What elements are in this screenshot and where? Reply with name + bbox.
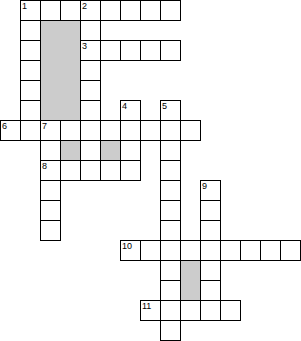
crossword-cell[interactable] <box>140 0 161 21</box>
crossword-cell[interactable] <box>20 40 41 61</box>
crossword-cell[interactable] <box>80 160 101 181</box>
crossword-cell[interactable] <box>200 300 221 321</box>
crossword-cell[interactable] <box>80 100 101 121</box>
crossword-cell[interactable] <box>240 240 261 261</box>
crossword-cell[interactable] <box>200 180 221 201</box>
crossword-cell[interactable] <box>280 240 301 261</box>
crossword-cell[interactable] <box>100 0 121 21</box>
crossword-cell[interactable] <box>120 40 141 61</box>
crossword-cell[interactable] <box>160 220 181 241</box>
crossword-cell[interactable] <box>40 220 61 241</box>
crossword-cell[interactable] <box>160 0 181 21</box>
crossword-cell[interactable] <box>260 240 281 261</box>
crossword-cell[interactable] <box>180 300 201 321</box>
crossword-cell[interactable] <box>100 160 121 181</box>
crossword-cell[interactable] <box>60 120 81 141</box>
crossword-cell[interactable] <box>20 100 41 121</box>
crossword-cell[interactable] <box>40 0 61 21</box>
crossword-cell[interactable] <box>140 120 161 141</box>
crossword-cell[interactable] <box>160 180 181 201</box>
crossword-cell[interactable] <box>20 120 41 141</box>
crossword-cell[interactable] <box>60 0 81 21</box>
crossword-cell[interactable] <box>60 160 81 181</box>
crossword-cell[interactable] <box>120 100 141 121</box>
crossword-cell[interactable] <box>20 80 41 101</box>
crossword-cell[interactable] <box>20 20 41 41</box>
crossword-cell[interactable] <box>120 240 141 261</box>
crossword-cell[interactable] <box>140 300 161 321</box>
crossword-cell[interactable] <box>200 220 221 241</box>
crossword-cell[interactable] <box>180 120 201 141</box>
crossword-cell[interactable] <box>200 240 221 261</box>
crossword-cell[interactable] <box>220 240 241 261</box>
crossword-cell[interactable] <box>40 160 61 181</box>
crossword-cell[interactable] <box>120 140 141 161</box>
crossword-cell[interactable] <box>80 120 101 141</box>
crossword-cell[interactable] <box>220 300 241 321</box>
crossword-cell[interactable] <box>160 120 181 141</box>
crossword-cell[interactable] <box>80 20 101 41</box>
crossword-cell[interactable] <box>20 0 41 21</box>
crossword-cell[interactable] <box>40 140 61 161</box>
crossword-cell[interactable] <box>120 160 141 181</box>
crossword-cell[interactable] <box>80 140 101 161</box>
crossword-cell[interactable] <box>80 80 101 101</box>
crossword-cell[interactable] <box>120 120 141 141</box>
crossword-cell[interactable] <box>120 0 141 21</box>
crossword-cell[interactable] <box>40 120 61 141</box>
crossword-cell[interactable] <box>160 200 181 221</box>
crossword-cell[interactable] <box>100 40 121 61</box>
crossword-cell[interactable] <box>80 0 101 21</box>
crossword-cell[interactable] <box>40 180 61 201</box>
crossword-cell[interactable] <box>160 300 181 321</box>
crossword-grid: 1234567891011 <box>0 0 301 341</box>
crossword-cell[interactable] <box>80 40 101 61</box>
shaded-filler-block <box>60 140 81 161</box>
crossword-cell[interactable] <box>180 240 201 261</box>
crossword-cell[interactable] <box>200 260 221 281</box>
crossword-cell[interactable] <box>140 40 161 61</box>
crossword-cell[interactable] <box>160 100 181 121</box>
crossword-cell[interactable] <box>160 40 181 61</box>
crossword-cell[interactable] <box>160 240 181 261</box>
shaded-filler-block <box>180 260 201 301</box>
shaded-filler-block <box>100 140 121 161</box>
crossword-cell[interactable] <box>80 60 101 81</box>
crossword-cell[interactable] <box>160 260 181 281</box>
shaded-filler-block <box>40 20 81 121</box>
crossword-cell[interactable] <box>40 200 61 221</box>
crossword-cell[interactable] <box>140 240 161 261</box>
crossword-cell[interactable] <box>160 140 181 161</box>
crossword-cell[interactable] <box>160 160 181 181</box>
crossword-cell[interactable] <box>160 320 181 341</box>
crossword-cell[interactable] <box>200 200 221 221</box>
crossword-cell[interactable] <box>200 280 221 301</box>
crossword-cell[interactable] <box>0 120 21 141</box>
crossword-cell[interactable] <box>20 60 41 81</box>
crossword-cell[interactable] <box>100 120 121 141</box>
crossword-cell[interactable] <box>160 280 181 301</box>
